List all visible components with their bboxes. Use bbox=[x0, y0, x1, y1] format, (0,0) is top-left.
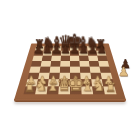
square-h7[interactable]: ♟ bbox=[96, 51, 106, 56]
square-h1[interactable]: ♜ bbox=[103, 86, 116, 94]
board-front-edge bbox=[14, 99, 126, 102]
square-c4[interactable] bbox=[50, 67, 61, 73]
spare-white-pawn[interactable]: ♟ bbox=[118, 66, 129, 79]
square-g1[interactable]: ♞ bbox=[92, 86, 105, 94]
piece-black-pawn[interactable]: ♟ bbox=[96, 44, 106, 56]
product-photo: ♜♞♝♛♚♝♞♜♟♟♟♟♟♟♟♟♟♟♟♟♟♟♟♟♜♞♝♛♚♝♞♜ ♟♟ bbox=[0, 0, 140, 140]
piece-white-knight[interactable]: ♞ bbox=[92, 79, 105, 93]
chess-board: ♜♞♝♛♚♝♞♜♟♟♟♟♟♟♟♟♟♟♟♟♟♟♟♟♜♞♝♛♚♝♞♜ bbox=[14, 43, 126, 100]
piece-white-rook[interactable]: ♜ bbox=[24, 81, 35, 94]
square-h4[interactable] bbox=[99, 67, 110, 73]
board-grid: ♜♞♝♛♚♝♞♜♟♟♟♟♟♟♟♟♟♟♟♟♟♟♟♟♜♞♝♛♚♝♞♜ bbox=[23, 46, 116, 94]
chess-board-scene: ♜♞♝♛♚♝♞♜♟♟♟♟♟♟♟♟♟♟♟♟♟♟♟♟♜♞♝♛♚♝♞♜ bbox=[14, 0, 126, 100]
square-f1[interactable]: ♝ bbox=[81, 86, 93, 94]
piece-white-rook[interactable]: ♜ bbox=[105, 81, 116, 94]
square-b4[interactable] bbox=[39, 67, 50, 73]
